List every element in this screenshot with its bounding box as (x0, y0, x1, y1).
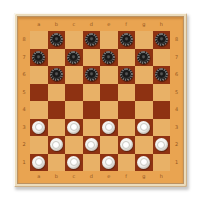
file-label-h: h (153, 19, 171, 29)
square-e6[interactable] (100, 66, 118, 84)
square-g6[interactable] (135, 66, 153, 84)
square-g5[interactable] (135, 84, 153, 102)
square-a1[interactable] (30, 154, 48, 172)
file-labels-top: abcdefgh (30, 19, 170, 29)
square-h3[interactable] (153, 119, 171, 137)
white-piece-g3[interactable] (137, 121, 150, 134)
black-piece-g7[interactable] (137, 51, 150, 64)
rank-label-6: 6 (18, 66, 30, 84)
checkers-board: abcdefgh abcdefgh 87654321 87654321 (14, 13, 187, 187)
file-label-e: e (100, 171, 118, 181)
square-d3[interactable] (83, 119, 101, 137)
square-b6[interactable] (48, 66, 66, 84)
square-d8[interactable] (83, 31, 101, 49)
square-b5[interactable] (48, 84, 66, 102)
file-labels-bottom: abcdefgh (30, 171, 170, 181)
rank-label-6: 6 (170, 66, 183, 84)
square-d2[interactable] (83, 136, 101, 154)
file-label-b: b (48, 171, 66, 181)
file-label-c: c (65, 171, 83, 181)
square-b1[interactable] (48, 154, 66, 172)
black-piece-c7[interactable] (67, 51, 80, 64)
file-label-f: f (118, 171, 136, 181)
black-piece-a7[interactable] (32, 51, 45, 64)
square-f4[interactable] (118, 101, 136, 119)
square-f7[interactable] (118, 49, 136, 67)
file-label-g: g (135, 19, 153, 29)
square-c8[interactable] (65, 31, 83, 49)
square-g3[interactable] (135, 119, 153, 137)
rank-labels-left: 87654321 (18, 31, 30, 171)
white-piece-a1[interactable] (32, 156, 45, 169)
square-g1[interactable] (135, 154, 153, 172)
square-d7[interactable] (83, 49, 101, 67)
square-b2[interactable] (48, 136, 66, 154)
file-label-a: a (30, 171, 48, 181)
rank-label-7: 7 (18, 49, 30, 67)
white-piece-g1[interactable] (137, 156, 150, 169)
black-piece-h8[interactable] (155, 33, 168, 46)
rank-labels-right: 87654321 (170, 31, 183, 171)
square-g8[interactable] (135, 31, 153, 49)
square-h7[interactable] (153, 49, 171, 67)
board-face: abcdefgh abcdefgh 87654321 87654321 (18, 17, 183, 183)
white-piece-c3[interactable] (67, 121, 80, 134)
white-piece-a3[interactable] (32, 121, 45, 134)
square-f5[interactable] (118, 84, 136, 102)
rank-label-1: 1 (18, 154, 30, 172)
white-piece-c1[interactable] (67, 156, 80, 169)
black-piece-d8[interactable] (85, 33, 98, 46)
rank-label-2: 2 (18, 136, 30, 154)
square-e2[interactable] (100, 136, 118, 154)
file-label-d: d (83, 19, 101, 29)
rank-label-3: 3 (170, 119, 183, 137)
white-piece-f2[interactable] (120, 138, 133, 151)
white-piece-h2[interactable] (155, 138, 168, 151)
file-label-c: c (65, 19, 83, 29)
black-piece-b8[interactable] (50, 33, 63, 46)
square-a8[interactable] (30, 31, 48, 49)
file-label-d: d (83, 171, 101, 181)
square-c3[interactable] (65, 119, 83, 137)
square-f1[interactable] (118, 154, 136, 172)
square-b3[interactable] (48, 119, 66, 137)
square-d5[interactable] (83, 84, 101, 102)
square-h6[interactable] (153, 66, 171, 84)
square-h4[interactable] (153, 101, 171, 119)
rank-label-4: 4 (18, 101, 30, 119)
black-piece-f8[interactable] (120, 33, 133, 46)
square-a7[interactable] (30, 49, 48, 67)
rank-label-4: 4 (170, 101, 183, 119)
square-a5[interactable] (30, 84, 48, 102)
file-label-h: h (153, 171, 171, 181)
square-g2[interactable] (135, 136, 153, 154)
white-piece-e3[interactable] (102, 121, 115, 134)
white-piece-d2[interactable] (85, 138, 98, 151)
white-piece-e1[interactable] (102, 156, 115, 169)
square-b8[interactable] (48, 31, 66, 49)
rank-label-1: 1 (170, 154, 183, 172)
square-b7[interactable] (48, 49, 66, 67)
square-a3[interactable] (30, 119, 48, 137)
black-piece-b6[interactable] (50, 68, 63, 81)
rank-label-5: 5 (18, 84, 30, 102)
file-label-b: b (48, 19, 66, 29)
square-f3[interactable] (118, 119, 136, 137)
square-h8[interactable] (153, 31, 171, 49)
square-d1[interactable] (83, 154, 101, 172)
rank-label-5: 5 (170, 84, 183, 102)
square-f6[interactable] (118, 66, 136, 84)
black-piece-h6[interactable] (155, 68, 168, 81)
square-e4[interactable] (100, 101, 118, 119)
square-c1[interactable] (65, 154, 83, 172)
square-g4[interactable] (135, 101, 153, 119)
square-e8[interactable] (100, 31, 118, 49)
square-h5[interactable] (153, 84, 171, 102)
square-g7[interactable] (135, 49, 153, 67)
square-e1[interactable] (100, 154, 118, 172)
square-a6[interactable] (30, 66, 48, 84)
square-a2[interactable] (30, 136, 48, 154)
square-c4[interactable] (65, 101, 83, 119)
black-piece-f6[interactable] (120, 68, 133, 81)
square-c6[interactable] (65, 66, 83, 84)
file-label-e: e (100, 19, 118, 29)
square-b4[interactable] (48, 101, 66, 119)
square-c5[interactable] (65, 84, 83, 102)
square-c7[interactable] (65, 49, 83, 67)
square-h2[interactable] (153, 136, 171, 154)
square-e3[interactable] (100, 119, 118, 137)
square-f2[interactable] (118, 136, 136, 154)
square-e5[interactable] (100, 84, 118, 102)
rank-label-3: 3 (18, 119, 30, 137)
rank-label-8: 8 (18, 31, 30, 49)
rank-label-7: 7 (170, 49, 183, 67)
file-label-g: g (135, 171, 153, 181)
square-e7[interactable] (100, 49, 118, 67)
product-photo-background: abcdefgh abcdefgh 87654321 87654321 (0, 0, 200, 200)
file-label-a: a (30, 19, 48, 29)
square-d4[interactable] (83, 101, 101, 119)
square-d6[interactable] (83, 66, 101, 84)
white-piece-b2[interactable] (50, 138, 63, 151)
rank-label-2: 2 (170, 136, 183, 154)
file-label-f: f (118, 19, 136, 29)
square-a4[interactable] (30, 101, 48, 119)
black-piece-d6[interactable] (85, 68, 98, 81)
board-grid (30, 31, 170, 171)
square-c2[interactable] (65, 136, 83, 154)
square-f8[interactable] (118, 31, 136, 49)
rank-label-8: 8 (170, 31, 183, 49)
black-piece-e7[interactable] (102, 51, 115, 64)
square-h1[interactable] (153, 154, 171, 172)
